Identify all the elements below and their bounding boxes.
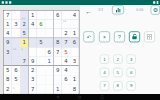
bar-chart-icon (116, 7, 120, 12)
cell-r4c2[interactable] (12, 38, 20, 47)
cell-r2c1[interactable]: 1 (4, 20, 12, 29)
cell-r6c4[interactable]: 9 (29, 57, 37, 66)
cell-r2c8[interactable]: 12 (62, 20, 70, 29)
cell-r6c3[interactable]: 7 (20, 57, 28, 66)
sudoku-board: 7121641324612452191587632426757914356294… (3, 10, 79, 94)
cell-r5c7[interactable]: 7 (54, 48, 62, 57)
cell-r2c4[interactable]: 4 (29, 20, 37, 29)
cell-r3c1[interactable]: 4 (4, 29, 12, 38)
cell-r8c8[interactable]: 6 (62, 75, 70, 84)
cell-r2c2[interactable]: 3 (12, 20, 20, 29)
cell-r4c8[interactable]: 7 (62, 38, 70, 47)
numpad-1-button[interactable]: 1 (100, 55, 109, 64)
numpad-4-button[interactable]: 4 (100, 68, 109, 77)
cell-r2c3[interactable]: 2 (20, 20, 28, 29)
cell-r6c9[interactable]: 3 (70, 57, 78, 66)
cell-r1c7[interactable]: 6 (54, 11, 62, 20)
notification-icon-1 (2, 1, 4, 3)
nav-recents-icon[interactable]: □ (100, 95, 103, 98)
board-pane: 7121641324612452191587632426757914356294… (0, 5, 80, 94)
cell-r1c2[interactable] (12, 11, 20, 20)
pencil-marks-r2c8: 12 (63, 20, 67, 22)
cell-r4c5[interactable]: 5 (37, 38, 45, 47)
pencil-marks-r9c2: 4 (13, 88, 15, 90)
cell-r6c7[interactable] (54, 57, 62, 66)
cell-r9c2[interactable]: 4 (12, 84, 20, 93)
cell-r2c7[interactable] (54, 20, 62, 29)
cell-r7c8[interactable]: 4 (62, 66, 70, 75)
numpad-8-button[interactable]: 8 (113, 81, 122, 90)
cell-r5c9[interactable] (70, 48, 78, 57)
cell-r9c4[interactable]: 7 (29, 84, 37, 93)
cell-r5c6[interactable]: 6 (45, 48, 53, 57)
battery-icon (157, 1, 159, 4)
cell-r1c3[interactable]: 12 (20, 11, 28, 20)
cell-r9c9[interactable]: 8 (70, 84, 78, 93)
settings-button[interactable]: ⚙ (151, 5, 160, 14)
cell-r4c9[interactable]: 6 (70, 38, 78, 47)
numpad-2-button[interactable]: 2 (113, 55, 122, 64)
pencil-marks-r1c3: 12 (21, 17, 25, 19)
cell-r1c4[interactable]: 1 (29, 11, 37, 20)
notification-icon-3 (9, 1, 11, 3)
cell-r9c3[interactable] (20, 84, 28, 93)
cell-r4c3[interactable]: 1 (20, 38, 28, 47)
numpad-7-button[interactable]: 7 (100, 81, 109, 90)
cell-r3c2[interactable] (12, 29, 20, 38)
cell-r2c5[interactable]: 6 (37, 20, 45, 29)
cell-r1c8[interactable] (62, 11, 70, 20)
timer-text: 0:00 (136, 8, 143, 12)
cell-r4c4[interactable] (29, 38, 37, 47)
cell-r3c3[interactable]: 5 (20, 29, 28, 38)
cell-r6c6[interactable]: 1 (45, 57, 53, 66)
cell-r1c9[interactable]: 4 (70, 11, 78, 20)
cell-r3c7[interactable] (54, 29, 62, 38)
cell-r7c7[interactable]: 9 (54, 66, 62, 75)
notification-icon-2 (5, 1, 7, 3)
cell-r4c6[interactable] (45, 38, 53, 47)
numpad-6-button[interactable]: 6 (127, 68, 136, 77)
cell-r7c3[interactable] (20, 66, 28, 75)
cell-r5c5[interactable] (37, 48, 45, 57)
cell-r6c5[interactable] (37, 57, 45, 66)
cell-r4c7[interactable]: 8 (54, 38, 62, 47)
wifi-icon (153, 1, 155, 3)
cell-r9c7[interactable]: 1 (54, 84, 62, 93)
cell-r3c9[interactable]: 1 (70, 29, 78, 38)
score-text: 1/1 (98, 8, 103, 12)
nav-home-icon[interactable]: ○ (78, 95, 81, 98)
cell-r4c1[interactable]: 9 (4, 38, 12, 47)
cell-r6c8[interactable]: 4 (62, 57, 70, 66)
cell-r5c8[interactable]: 5 (62, 48, 70, 57)
undo-button[interactable]: ↶ (83, 31, 94, 42)
gear-icon: ⚙ (153, 6, 158, 13)
notes-button[interactable] (144, 31, 155, 42)
cell-r8c9[interactable]: 1 (70, 75, 78, 84)
lock-button[interactable] (129, 31, 140, 42)
back-button[interactable]: ← (84, 7, 93, 16)
cell-r3c6[interactable] (45, 29, 53, 38)
pencil-marks-r5c2: 24 (13, 48, 17, 50)
numpad-3-button[interactable]: 3 (127, 55, 136, 64)
cell-r7c6[interactable] (45, 66, 53, 75)
cell-r7c4[interactable]: 2 (29, 66, 37, 75)
notes-grid-icon (147, 34, 153, 40)
cell-r3c8[interactable]: 2 (62, 29, 70, 38)
cell-r7c9[interactable] (70, 66, 78, 75)
cell-r7c2[interactable]: 6 (12, 66, 20, 75)
sudoku-app: 7121641324612452191587632426757914356294… (0, 0, 160, 100)
cell-r9c8[interactable] (62, 84, 70, 93)
cell-r7c1[interactable]: 5 (4, 66, 12, 75)
cell-r5c3[interactable]: 2 (20, 48, 28, 57)
cell-r8c2[interactable]: 5 (12, 75, 20, 84)
cell-r3c4[interactable] (29, 29, 37, 38)
clear-button[interactable]: × (99, 31, 110, 42)
cell-r8c3[interactable] (20, 75, 28, 84)
cell-r9c1[interactable]: 2 (4, 84, 12, 93)
numpad-9-button[interactable]: 9 (127, 81, 136, 90)
cell-r8c5[interactable] (37, 75, 45, 84)
cell-r8c7[interactable] (54, 75, 62, 84)
cell-r1c5[interactable] (37, 11, 45, 20)
cell-r9c6[interactable] (45, 84, 53, 93)
cell-r5c4[interactable] (29, 48, 37, 57)
cell-r7c5[interactable] (37, 66, 45, 75)
pencil-marks-r5c3: 2 (21, 48, 23, 50)
hint-button[interactable]: ? (114, 31, 125, 42)
cell-r8c4[interactable]: 3 (29, 75, 37, 84)
stats-button[interactable] (112, 5, 124, 14)
cell-r6c1[interactable] (4, 57, 12, 66)
cell-r2c6[interactable] (45, 20, 53, 29)
number-pad: 123456789 (100, 55, 144, 96)
cell-r8c1[interactable]: 8 (4, 75, 12, 84)
control-pane: ← 1/1 0:00 ⚙ ↶ × ? 123456789 (80, 5, 160, 94)
cell-r1c6[interactable] (45, 11, 53, 20)
cell-r6c2[interactable] (12, 57, 20, 66)
cell-r8c6[interactable] (45, 75, 53, 84)
lock-icon (132, 36, 136, 39)
nav-back-icon[interactable]: ◁ (56, 95, 59, 98)
cell-r9c5[interactable] (37, 84, 45, 93)
cell-r1c1[interactable]: 7 (4, 11, 12, 20)
cell-r2c9[interactable] (70, 20, 78, 29)
android-nav-bar: ◁ ○ □ (0, 94, 160, 100)
numpad-5-button[interactable]: 5 (113, 68, 122, 77)
cell-r5c2[interactable]: 24 (12, 48, 20, 57)
cell-r5c1[interactable]: 3 (4, 48, 12, 57)
cell-r3c5[interactable] (37, 29, 45, 38)
